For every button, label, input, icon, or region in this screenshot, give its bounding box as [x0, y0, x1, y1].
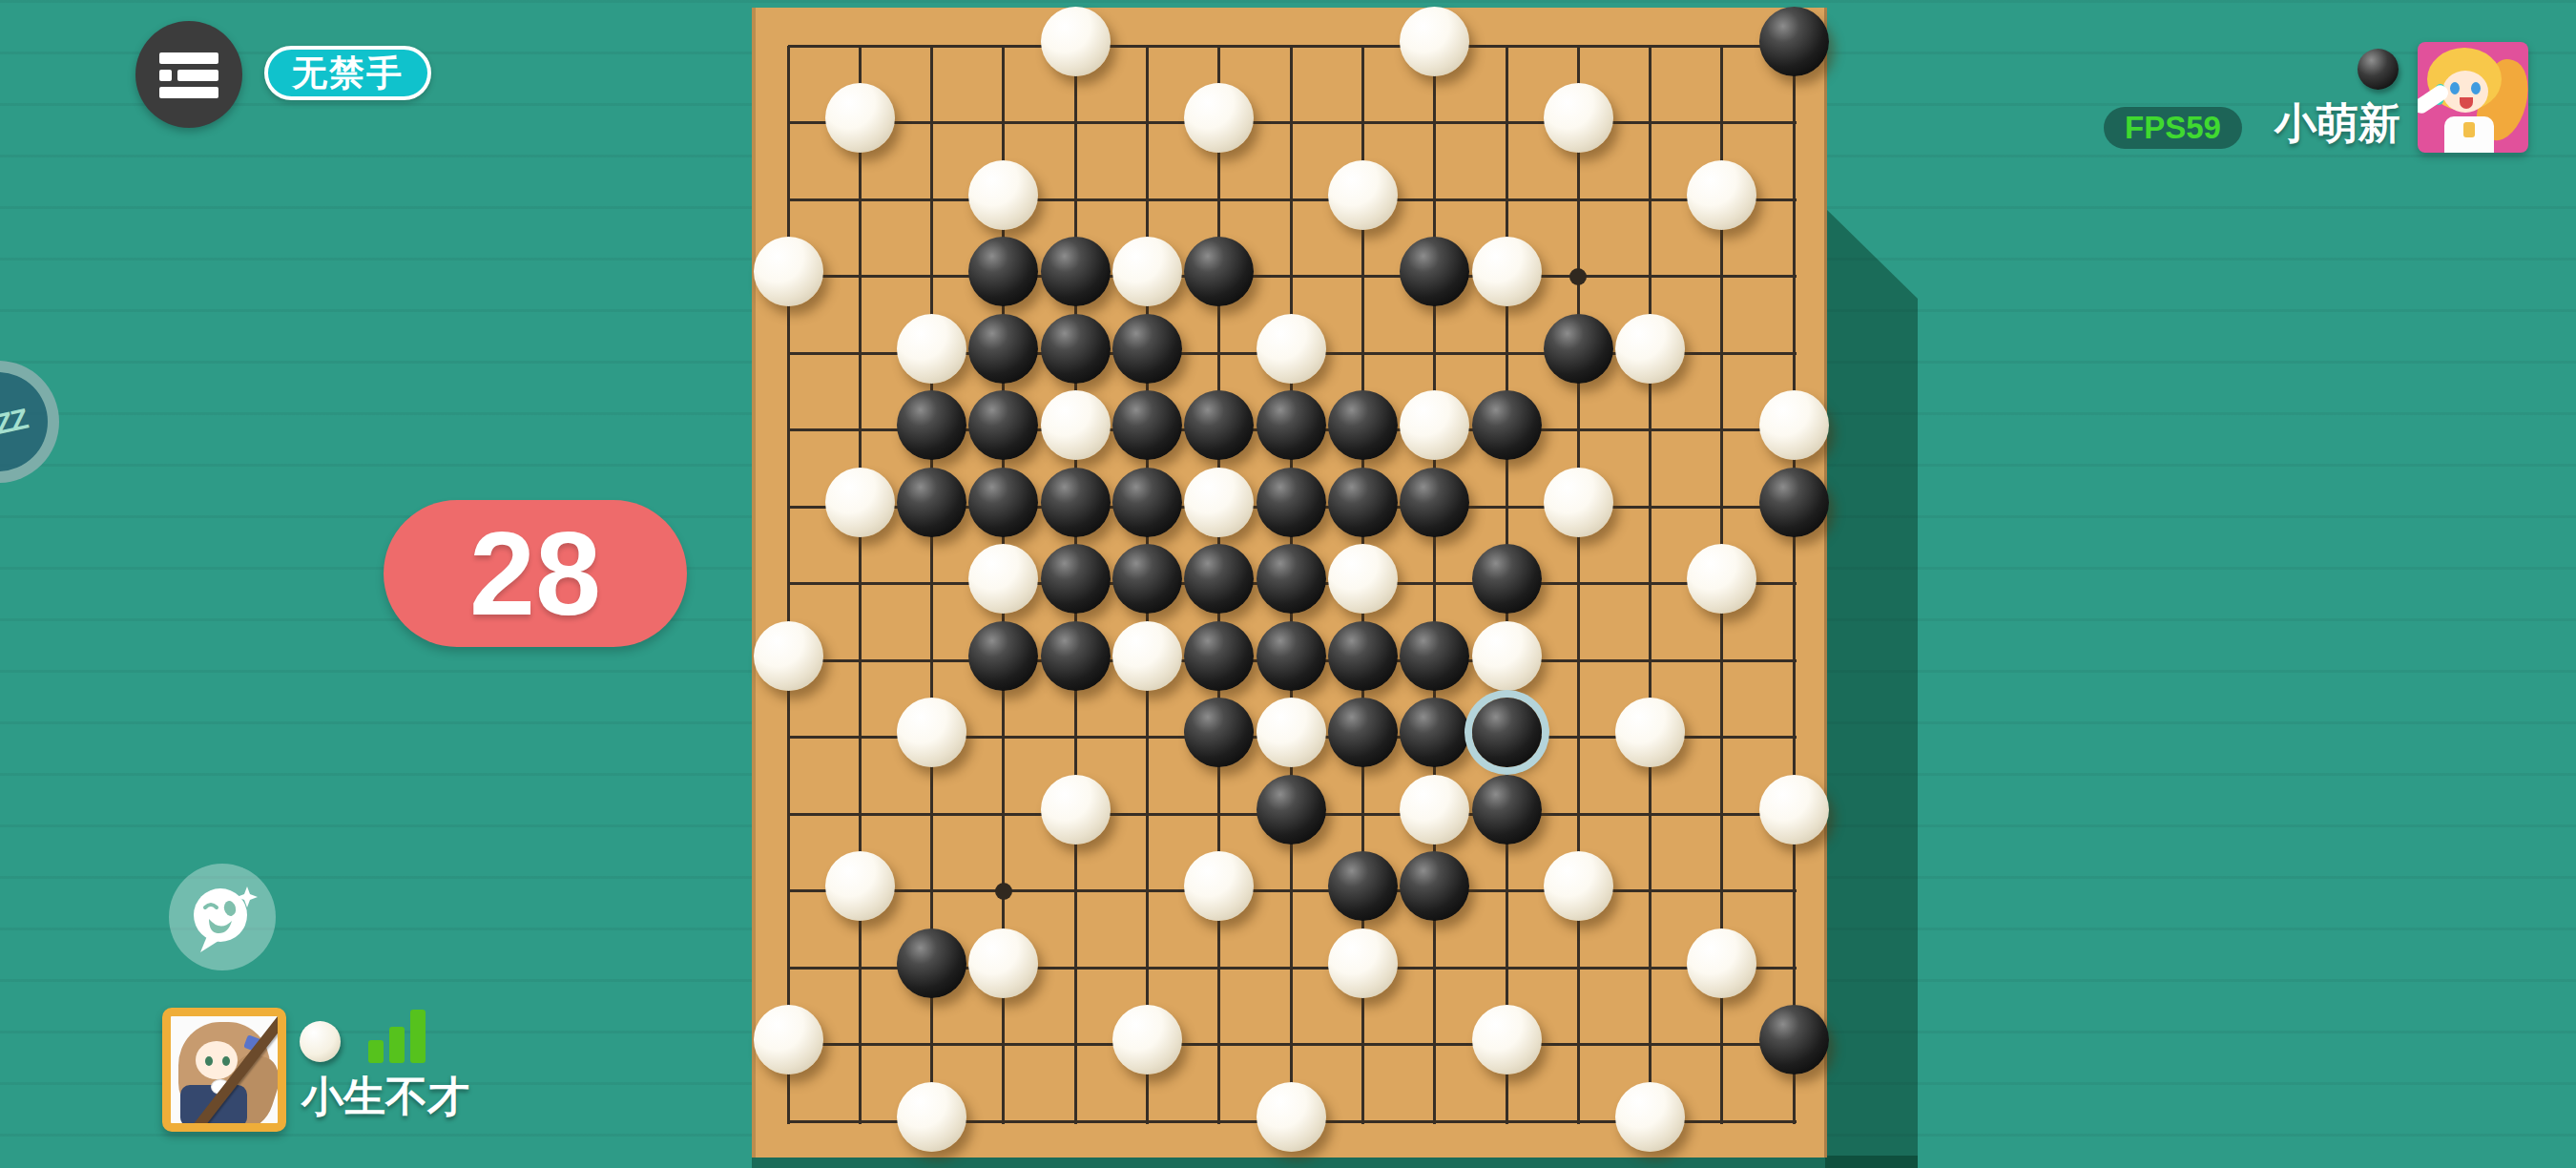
stone-white [1544, 851, 1613, 921]
stone-black [1184, 698, 1254, 767]
stone-white [1472, 621, 1542, 691]
stone-white [754, 237, 823, 306]
stone-white [1615, 314, 1685, 384]
stone-black [1184, 237, 1254, 306]
stone-white [1041, 775, 1111, 845]
stone-black [1041, 314, 1111, 384]
stone-white [825, 83, 895, 153]
stone-black [1759, 7, 1829, 76]
star-point [995, 883, 1012, 900]
stone-black [897, 928, 966, 998]
stone-black [1184, 621, 1254, 691]
stone-black [1759, 468, 1829, 537]
stone-white [1257, 1082, 1326, 1152]
player-bottom-avatar[interactable] [162, 1008, 286, 1132]
player-top-avatar[interactable] [2418, 42, 2528, 153]
stone-black [1257, 775, 1326, 845]
stone-black [897, 390, 966, 460]
stone-black [897, 468, 966, 537]
stone-black [1112, 390, 1182, 460]
stone-black [968, 468, 1038, 537]
stone-white [1544, 83, 1613, 153]
stone-white [897, 1082, 966, 1152]
stone-white [1615, 698, 1685, 767]
star-point [1569, 268, 1587, 285]
stone-white [1759, 390, 1829, 460]
chat-emoji-icon [169, 864, 276, 970]
stone-white [1615, 1082, 1685, 1152]
stone-black [1112, 544, 1182, 614]
stone-black [1257, 390, 1326, 460]
stone-white [825, 468, 895, 537]
signal-strength-icon [368, 1010, 427, 1063]
stone-black [1400, 468, 1469, 537]
stone-white [897, 698, 966, 767]
stone-white [1257, 698, 1326, 767]
stone-white [1112, 237, 1182, 306]
stone-white [1472, 1005, 1542, 1074]
menu-icon [159, 52, 218, 64]
stone-white [968, 928, 1038, 998]
stone-black [1328, 390, 1398, 460]
stone-white [754, 1005, 823, 1074]
rule-badge: 无禁手 [264, 46, 431, 100]
stone-white [1112, 621, 1182, 691]
player-bottom-name: 小生不才 [301, 1069, 550, 1125]
stone-black [1400, 698, 1469, 767]
stone-white [1112, 1005, 1182, 1074]
stone-black [1041, 544, 1111, 614]
stone-black [968, 237, 1038, 306]
stone-black [1184, 544, 1254, 614]
stone-black [1472, 775, 1542, 845]
stone-black [1257, 468, 1326, 537]
stone-black [968, 621, 1038, 691]
stone-white [1184, 468, 1254, 537]
stone-black [1257, 544, 1326, 614]
player-top-name: 小萌新 [2213, 95, 2400, 152]
stone-white [968, 160, 1038, 230]
stone-black [1400, 851, 1469, 921]
stone-black [1328, 621, 1398, 691]
stone-white [1184, 83, 1254, 153]
stone-white [968, 544, 1038, 614]
stone-white [1544, 468, 1613, 537]
stone-white [754, 621, 823, 691]
stone-black [1041, 468, 1111, 537]
stone-black [1112, 468, 1182, 537]
stone-white [1328, 160, 1398, 230]
stone-white [1472, 237, 1542, 306]
stone-white [1400, 775, 1469, 845]
stone-white [1041, 7, 1111, 76]
board-shadow [1825, 208, 1918, 1168]
stone-black [1472, 544, 1542, 614]
stone-white [1687, 928, 1756, 998]
stone-white [1328, 928, 1398, 998]
stone-white [1400, 390, 1469, 460]
stone-black-last-move [1472, 698, 1542, 767]
move-counter-value: 28 [469, 506, 601, 641]
stone-white [897, 314, 966, 384]
stone-black [1759, 1005, 1829, 1074]
stone-black [1112, 314, 1182, 384]
stone-black [968, 390, 1038, 460]
stone-white [1041, 390, 1111, 460]
chat-emoji-button[interactable] [169, 864, 276, 970]
black-stone-indicator [2358, 49, 2399, 90]
gomoku-board[interactable] [752, 8, 1827, 1158]
stone-black [1041, 237, 1111, 306]
sleep-bubble: ZZ [0, 361, 59, 483]
stone-black [1328, 698, 1398, 767]
stone-black [1328, 468, 1398, 537]
white-stone-indicator [300, 1021, 341, 1062]
stone-white [1759, 775, 1829, 845]
game-screen: 无禁手 28 ZZ 小生不才 FPS59 [0, 0, 2576, 1168]
stone-white [825, 851, 895, 921]
stone-white [1257, 314, 1326, 384]
move-counter: 28 [384, 500, 687, 647]
stone-black [1472, 390, 1542, 460]
stone-white [1328, 544, 1398, 614]
stone-white [1400, 7, 1469, 76]
stone-white [1687, 160, 1756, 230]
stone-white [1184, 851, 1254, 921]
stone-black [1184, 390, 1254, 460]
stone-white [1687, 544, 1756, 614]
stone-black [1544, 314, 1613, 384]
stone-black [1257, 621, 1326, 691]
menu-button[interactable] [135, 21, 242, 128]
stone-black [1400, 237, 1469, 306]
stone-black [1400, 621, 1469, 691]
stone-black [968, 314, 1038, 384]
stone-black [1041, 621, 1111, 691]
stone-black [1328, 851, 1398, 921]
